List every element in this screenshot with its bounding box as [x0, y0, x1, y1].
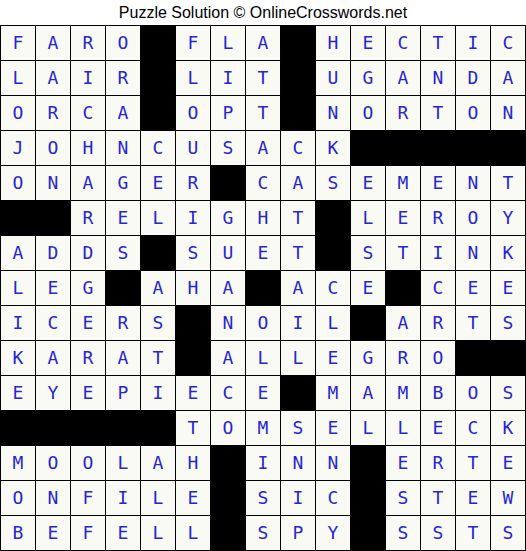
grid-cell: C	[456, 411, 490, 445]
block-cell	[211, 516, 245, 550]
grid-cell: I	[71, 61, 105, 95]
block-cell	[141, 411, 175, 445]
grid-cell: L	[281, 341, 315, 375]
grid-cell: A	[106, 341, 140, 375]
grid-cell: N	[456, 166, 490, 200]
grid-cell: A	[211, 271, 245, 305]
grid-cell: T	[456, 446, 490, 480]
grid-cell: O	[456, 376, 490, 410]
block-cell	[316, 236, 350, 270]
grid-cell: R	[36, 96, 70, 130]
grid-cell: C	[141, 131, 175, 165]
grid-cell: U	[211, 236, 245, 270]
grid-cell: C	[386, 26, 420, 60]
grid-cell: Y	[316, 516, 350, 550]
grid-cell: E	[1, 376, 35, 410]
block-cell	[106, 271, 140, 305]
grid-cell: L	[141, 481, 175, 515]
grid-cell: L	[351, 201, 385, 235]
grid-cell: O	[176, 96, 210, 130]
grid-cell: S	[246, 481, 280, 515]
grid-cell: C	[316, 481, 350, 515]
block-cell	[36, 201, 70, 235]
grid-cell: A	[36, 26, 70, 60]
grid-cell: R	[386, 341, 420, 375]
grid-cell: S	[386, 516, 420, 550]
grid-cell: B	[1, 516, 35, 550]
grid-cell: B	[421, 376, 455, 410]
grid-cell: R	[421, 446, 455, 480]
grid-cell: P	[211, 96, 245, 130]
grid-cell: H	[71, 131, 105, 165]
grid-cell: R	[71, 201, 105, 235]
grid-cell: N	[281, 446, 315, 480]
grid-cell: C	[491, 26, 525, 60]
grid-cell: O	[456, 96, 490, 130]
grid-cell: T	[141, 341, 175, 375]
block-cell	[351, 516, 385, 550]
block-cell	[141, 96, 175, 130]
grid-cell: F	[71, 516, 105, 550]
grid-cell: K	[316, 131, 350, 165]
block-cell	[246, 271, 280, 305]
grid-cell: A	[36, 341, 70, 375]
block-cell	[351, 446, 385, 480]
block-cell	[316, 201, 350, 235]
grid-cell: E	[246, 236, 280, 270]
grid-cell: N	[421, 61, 455, 95]
grid-cell: E	[106, 201, 140, 235]
grid-cell: A	[491, 61, 525, 95]
grid-cell: Y	[491, 201, 525, 235]
grid-cell: T	[176, 411, 210, 445]
grid-cell: M	[386, 376, 420, 410]
grid-cell: L	[386, 411, 420, 445]
grid-cell: T	[281, 201, 315, 235]
grid-cell: E	[316, 341, 350, 375]
grid-cell: L	[176, 516, 210, 550]
grid-cell: A	[141, 446, 175, 480]
grid-cell: O	[1, 481, 35, 515]
grid-cell: T	[491, 166, 525, 200]
grid-cell: D	[456, 61, 490, 95]
grid-cell: C	[246, 166, 280, 200]
grid-cell: L	[316, 306, 350, 340]
block-cell	[1, 201, 35, 235]
grid-cell: F	[1, 26, 35, 60]
grid-cell: N	[106, 131, 140, 165]
grid-cell: E	[176, 376, 210, 410]
grid-cell: D	[36, 236, 70, 270]
grid-cell: N	[316, 446, 350, 480]
grid-cell: T	[456, 306, 490, 340]
block-cell	[386, 271, 420, 305]
grid-cell: E	[386, 201, 420, 235]
grid-cell: N	[491, 96, 525, 130]
grid-cell: L	[106, 446, 140, 480]
block-cell	[351, 481, 385, 515]
grid-cell: I	[281, 481, 315, 515]
grid-cell: L	[141, 201, 175, 235]
grid-cell: P	[281, 516, 315, 550]
grid-cell: L	[211, 26, 245, 60]
grid-cell: S	[421, 516, 455, 550]
block-cell	[71, 411, 105, 445]
grid-cell: K	[1, 341, 35, 375]
grid-cell: T	[246, 96, 280, 130]
grid-cell: O	[71, 446, 105, 480]
grid-cell: E	[491, 446, 525, 480]
grid-cell: T	[421, 26, 455, 60]
grid-cell: S	[491, 306, 525, 340]
grid-cell: O	[36, 131, 70, 165]
grid-cell: A	[1, 236, 35, 270]
grid-cell: I	[106, 481, 140, 515]
grid-cell: O	[106, 26, 140, 60]
grid-cell: H	[316, 26, 350, 60]
grid-cell: A	[71, 166, 105, 200]
block-cell	[456, 131, 490, 165]
grid-cell: A	[246, 26, 280, 60]
grid-cell: A	[141, 271, 175, 305]
grid-cell: R	[71, 26, 105, 60]
grid-cell: A	[36, 61, 70, 95]
block-cell	[176, 341, 210, 375]
block-cell	[456, 341, 490, 375]
block-cell	[176, 306, 210, 340]
block-cell	[141, 61, 175, 95]
grid-cell: S	[141, 306, 175, 340]
grid-cell: S	[281, 411, 315, 445]
grid-cell: E	[351, 166, 385, 200]
grid-cell: E	[176, 481, 210, 515]
grid-cell: S	[211, 131, 245, 165]
grid-cell: E	[351, 26, 385, 60]
grid-cell: E	[106, 516, 140, 550]
grid-cell: R	[106, 61, 140, 95]
grid-cell: N	[36, 481, 70, 515]
grid-cell: S	[491, 516, 525, 550]
grid-cell: E	[421, 166, 455, 200]
grid-cell: R	[106, 306, 140, 340]
grid-cell: O	[351, 96, 385, 130]
block-cell	[421, 131, 455, 165]
grid-cell: H	[176, 446, 210, 480]
grid-cell: S	[351, 236, 385, 270]
grid-cell: O	[1, 166, 35, 200]
block-cell	[281, 96, 315, 130]
grid-cell: M	[386, 166, 420, 200]
grid-cell: M	[1, 446, 35, 480]
grid-cell: E	[386, 446, 420, 480]
block-cell	[211, 446, 245, 480]
grid-cell: L	[141, 516, 175, 550]
block-cell	[36, 411, 70, 445]
grid-cell: A	[281, 166, 315, 200]
grid-cell: A	[386, 61, 420, 95]
grid-cell: I	[176, 201, 210, 235]
grid-cell: T	[246, 61, 280, 95]
block-cell	[211, 481, 245, 515]
block-cell	[491, 131, 525, 165]
grid-cell: L	[1, 271, 35, 305]
grid-cell: G	[351, 341, 385, 375]
grid-cell: Y	[36, 376, 70, 410]
grid-cell: I	[1, 306, 35, 340]
grid-cell: R	[421, 306, 455, 340]
grid-cell: E	[316, 411, 350, 445]
grid-cell: O	[1, 96, 35, 130]
grid-cell: C	[316, 271, 350, 305]
grid-cell: I	[211, 61, 245, 95]
grid-cell: M	[316, 376, 350, 410]
grid-cell: A	[246, 131, 280, 165]
block-cell	[281, 61, 315, 95]
grid-cell: R	[386, 96, 420, 130]
block-cell	[351, 306, 385, 340]
grid-cell: S	[316, 166, 350, 200]
block-cell	[351, 131, 385, 165]
grid-cell: D	[71, 236, 105, 270]
grid-cell: I	[421, 236, 455, 270]
grid-cell: C	[281, 131, 315, 165]
grid-cell: T	[456, 516, 490, 550]
grid-cell: H	[176, 271, 210, 305]
grid-cell: E	[141, 166, 175, 200]
grid-cell: T	[421, 481, 455, 515]
grid-cell: E	[456, 271, 490, 305]
crossword-grid: FAROFLAHECTICLAIRLITUGANDAORCAOPTNORTONJ…	[0, 25, 526, 551]
grid-cell: A	[386, 306, 420, 340]
grid-cell: O	[421, 341, 455, 375]
grid-cell: A	[351, 376, 385, 410]
grid-cell: U	[316, 61, 350, 95]
grid-cell: E	[36, 516, 70, 550]
grid-cell: O	[36, 446, 70, 480]
grid-cell: E	[71, 306, 105, 340]
grid-cell: I	[281, 306, 315, 340]
block-cell	[1, 411, 35, 445]
grid-cell: R	[71, 341, 105, 375]
grid-cell: T	[421, 96, 455, 130]
grid-cell: H	[246, 201, 280, 235]
grid-cell: C	[36, 306, 70, 340]
grid-cell: O	[456, 201, 490, 235]
grid-cell: L	[1, 61, 35, 95]
block-cell	[106, 411, 140, 445]
block-cell	[491, 341, 525, 375]
grid-cell: E	[421, 411, 455, 445]
grid-cell: I	[246, 446, 280, 480]
grid-cell: O	[246, 306, 280, 340]
block-cell	[141, 236, 175, 270]
grid-cell: N	[316, 96, 350, 130]
grid-cell: T	[281, 236, 315, 270]
grid-cell: C	[211, 376, 245, 410]
block-cell	[281, 376, 315, 410]
grid-cell: S	[386, 481, 420, 515]
grid-cell: S	[246, 516, 280, 550]
grid-cell: N	[36, 166, 70, 200]
grid-cell: F	[71, 481, 105, 515]
grid-cell: G	[351, 61, 385, 95]
grid-cell: C	[71, 96, 105, 130]
grid-cell: U	[176, 131, 210, 165]
grid-cell: P	[106, 376, 140, 410]
grid-cell: O	[211, 411, 245, 445]
grid-cell: E	[456, 481, 490, 515]
grid-cell: W	[491, 481, 525, 515]
block-cell	[211, 166, 245, 200]
grid-cell: T	[386, 236, 420, 270]
grid-cell: G	[211, 201, 245, 235]
grid-cell: J	[1, 131, 35, 165]
block-cell	[281, 26, 315, 60]
grid-cell: L	[176, 61, 210, 95]
grid-cell: I	[456, 26, 490, 60]
grid-cell: K	[491, 236, 525, 270]
grid-cell: A	[281, 271, 315, 305]
grid-cell: L	[351, 411, 385, 445]
grid-cell: L	[246, 341, 280, 375]
grid-cell: F	[176, 26, 210, 60]
grid-cell: N	[211, 306, 245, 340]
grid-cell: A	[211, 341, 245, 375]
block-cell	[141, 26, 175, 60]
grid-cell: R	[176, 166, 210, 200]
grid-cell: E	[36, 271, 70, 305]
grid-cell: G	[71, 271, 105, 305]
grid-cell: I	[141, 376, 175, 410]
grid-cell: R	[421, 201, 455, 235]
grid-cell: S	[176, 236, 210, 270]
block-cell	[386, 131, 420, 165]
page-title: Puzzle Solution © OnlineCrosswords.net	[0, 0, 526, 25]
grid-cell: K	[491, 411, 525, 445]
grid-cell: C	[421, 271, 455, 305]
grid-cell: E	[71, 376, 105, 410]
grid-cell: S	[106, 236, 140, 270]
grid-cell: E	[246, 376, 280, 410]
grid-cell: S	[491, 376, 525, 410]
puzzle-solution-page: Puzzle Solution © OnlineCrosswords.net F…	[0, 0, 526, 551]
grid-cell: E	[491, 271, 525, 305]
grid-cell: G	[106, 166, 140, 200]
grid-cell: M	[246, 411, 280, 445]
grid-cell: A	[106, 96, 140, 130]
grid-cell: N	[456, 236, 490, 270]
grid-cell: E	[351, 271, 385, 305]
